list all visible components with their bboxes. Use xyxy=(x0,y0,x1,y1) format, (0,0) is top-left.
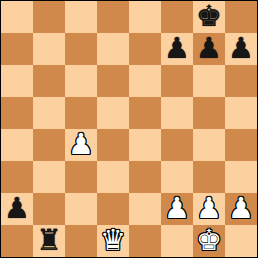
square-b7[interactable] xyxy=(33,33,65,65)
square-g7[interactable]: ♟ xyxy=(193,33,225,65)
square-e5[interactable] xyxy=(129,97,161,129)
square-c5[interactable] xyxy=(65,97,97,129)
square-e4[interactable] xyxy=(129,129,161,161)
square-b2[interactable] xyxy=(33,193,65,225)
square-h1[interactable] xyxy=(225,225,257,257)
square-d8[interactable] xyxy=(97,1,129,33)
square-d4[interactable] xyxy=(97,129,129,161)
piece-white-pawn[interactable]: ♟ xyxy=(196,193,222,224)
square-h6[interactable] xyxy=(225,65,257,97)
chess-board-frame: ♚♟♟♟♟♟♟♟♟♜♛♚ xyxy=(0,0,258,258)
square-d2[interactable] xyxy=(97,193,129,225)
piece-white-queen[interactable]: ♛ xyxy=(100,225,126,256)
square-h8[interactable] xyxy=(225,1,257,33)
square-b4[interactable] xyxy=(33,129,65,161)
square-e2[interactable] xyxy=(129,193,161,225)
square-h2[interactable]: ♟ xyxy=(225,193,257,225)
chess-board: ♚♟♟♟♟♟♟♟♟♜♛♚ xyxy=(1,1,257,257)
square-c2[interactable] xyxy=(65,193,97,225)
square-f8[interactable] xyxy=(161,1,193,33)
square-h4[interactable] xyxy=(225,129,257,161)
square-g3[interactable] xyxy=(193,161,225,193)
square-d6[interactable] xyxy=(97,65,129,97)
square-c7[interactable] xyxy=(65,33,97,65)
square-d7[interactable] xyxy=(97,33,129,65)
square-g1[interactable]: ♚ xyxy=(193,225,225,257)
piece-black-rook[interactable]: ♜ xyxy=(36,225,62,256)
square-e1[interactable] xyxy=(129,225,161,257)
square-e6[interactable] xyxy=(129,65,161,97)
piece-black-pawn[interactable]: ♟ xyxy=(164,33,190,64)
square-f4[interactable] xyxy=(161,129,193,161)
square-a1[interactable] xyxy=(1,225,33,257)
square-a7[interactable] xyxy=(1,33,33,65)
square-a6[interactable] xyxy=(1,65,33,97)
square-h5[interactable] xyxy=(225,97,257,129)
square-g8[interactable]: ♚ xyxy=(193,1,225,33)
square-a8[interactable] xyxy=(1,1,33,33)
square-e7[interactable] xyxy=(129,33,161,65)
square-f1[interactable] xyxy=(161,225,193,257)
square-a3[interactable] xyxy=(1,161,33,193)
square-f2[interactable]: ♟ xyxy=(161,193,193,225)
piece-white-king[interactable]: ♚ xyxy=(196,225,222,256)
square-b5[interactable] xyxy=(33,97,65,129)
square-f6[interactable] xyxy=(161,65,193,97)
square-c1[interactable] xyxy=(65,225,97,257)
square-d5[interactable] xyxy=(97,97,129,129)
square-d3[interactable] xyxy=(97,161,129,193)
square-b8[interactable] xyxy=(33,1,65,33)
piece-black-king[interactable]: ♚ xyxy=(196,1,222,32)
square-a4[interactable] xyxy=(1,129,33,161)
square-h3[interactable] xyxy=(225,161,257,193)
square-h7[interactable]: ♟ xyxy=(225,33,257,65)
square-c3[interactable] xyxy=(65,161,97,193)
square-g2[interactable]: ♟ xyxy=(193,193,225,225)
square-g4[interactable] xyxy=(193,129,225,161)
piece-black-pawn[interactable]: ♟ xyxy=(4,193,30,224)
square-f7[interactable]: ♟ xyxy=(161,33,193,65)
piece-white-pawn[interactable]: ♟ xyxy=(228,193,254,224)
square-c6[interactable] xyxy=(65,65,97,97)
square-d1[interactable]: ♛ xyxy=(97,225,129,257)
square-b6[interactable] xyxy=(33,65,65,97)
square-f3[interactable] xyxy=(161,161,193,193)
square-c4[interactable]: ♟ xyxy=(65,129,97,161)
square-e3[interactable] xyxy=(129,161,161,193)
square-f5[interactable] xyxy=(161,97,193,129)
square-c8[interactable] xyxy=(65,1,97,33)
piece-black-pawn[interactable]: ♟ xyxy=(196,33,222,64)
square-a2[interactable]: ♟ xyxy=(1,193,33,225)
square-a5[interactable] xyxy=(1,97,33,129)
square-b3[interactable] xyxy=(33,161,65,193)
square-e8[interactable] xyxy=(129,1,161,33)
piece-white-pawn[interactable]: ♟ xyxy=(68,129,94,160)
piece-black-pawn[interactable]: ♟ xyxy=(228,33,254,64)
square-b1[interactable]: ♜ xyxy=(33,225,65,257)
piece-white-pawn[interactable]: ♟ xyxy=(164,193,190,224)
square-g6[interactable] xyxy=(193,65,225,97)
square-g5[interactable] xyxy=(193,97,225,129)
